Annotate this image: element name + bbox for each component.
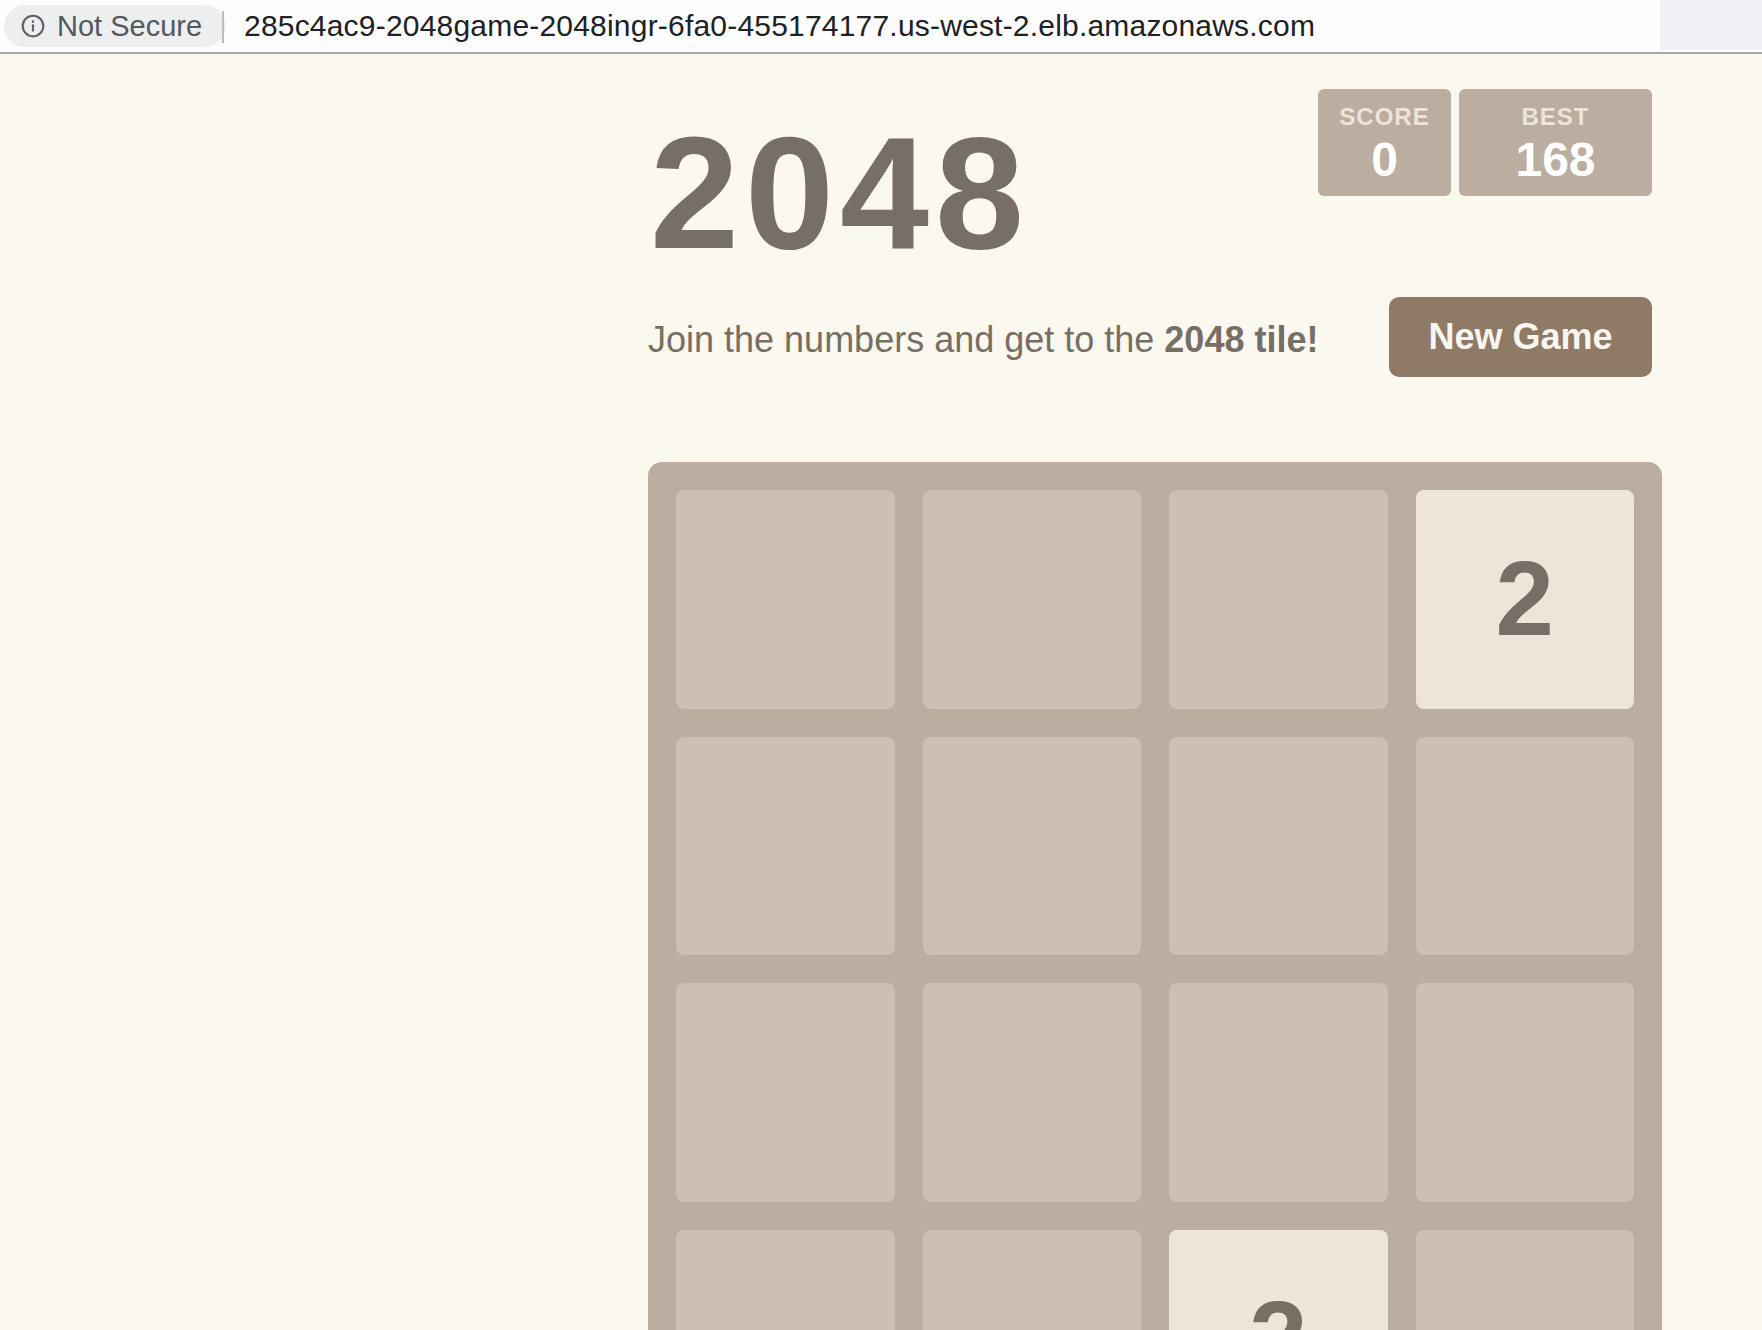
security-chip-label: Not Secure: [57, 10, 202, 43]
grid-cell: 2: [1169, 1230, 1388, 1330]
new-game-button[interactable]: New Game: [1389, 297, 1652, 377]
grid-cell: [1416, 737, 1635, 956]
tagline-plain: Join the numbers and get to the: [648, 319, 1164, 360]
grid-cell: [923, 983, 1142, 1202]
grid-cell: [676, 490, 895, 709]
grid-cell: [676, 737, 895, 956]
site-security-chip[interactable]: Not Secure: [4, 5, 226, 47]
browser-toolbar-corner: [1660, 0, 1762, 50]
best-label: BEST: [1521, 102, 1589, 132]
url-text[interactable]: 285c4ac9-2048game-2048ingr-6fa0-45517417…: [244, 0, 1315, 52]
grid-cell: 2: [1416, 490, 1635, 709]
score-label: SCORE: [1339, 102, 1429, 132]
tile-2: 2: [1169, 1230, 1388, 1330]
tagline-goal: 2048 tile!: [1164, 319, 1318, 360]
chip-divider: [222, 11, 224, 43]
grid-cell: [676, 1230, 895, 1330]
grid-cell: [1169, 737, 1388, 956]
best-value: 168: [1515, 132, 1595, 187]
grid-cell: [923, 1230, 1142, 1330]
score-container: SCORE 0 BEST 168: [1318, 89, 1652, 196]
grid-cell: [676, 983, 895, 1202]
grid-cell: [1416, 983, 1635, 1202]
grid-cell: [923, 490, 1142, 709]
grid-cell: [1169, 983, 1388, 1202]
best-box: BEST 168: [1459, 89, 1652, 196]
tile-2: 2: [1416, 490, 1635, 709]
score-value: 0: [1371, 132, 1398, 187]
browser-address-bar[interactable]: Not Secure 285c4ac9-2048game-2048ingr-6f…: [0, 0, 1762, 54]
grid-cell: [1169, 490, 1388, 709]
score-box: SCORE 0: [1318, 89, 1451, 196]
grid-cell: [1416, 1230, 1635, 1330]
grid-cell: [923, 737, 1142, 956]
tagline: Join the numbers and get to the 2048 til…: [648, 320, 1318, 360]
game-title: 2048: [650, 113, 1030, 273]
board-grid[interactable]: 22: [648, 462, 1662, 1330]
info-icon: [20, 13, 46, 39]
